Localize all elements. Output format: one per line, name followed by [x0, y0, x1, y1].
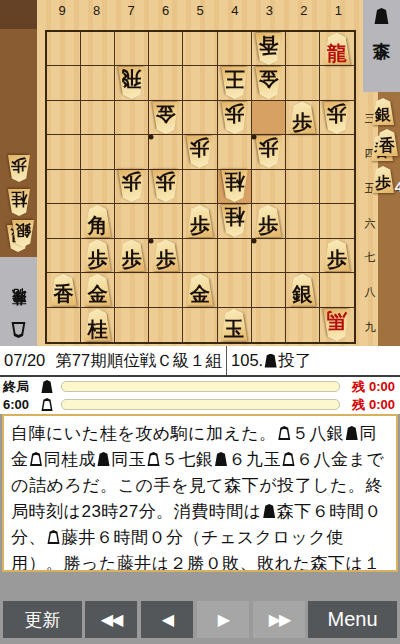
- square-6-7: 歩: [149, 239, 183, 273]
- square-2-3: 歩: [286, 101, 320, 135]
- replay-toolbar: 更新 ◀◀ ◀ ▶ ▶▶ Menu: [0, 572, 400, 644]
- square-2-8: 銀: [286, 273, 320, 307]
- commentary-text: 自陣にいた桂を攻め駒に加えた。５八銀同金同桂成同玉５七銀６九玉６八金までの詰めろ…: [2, 414, 398, 572]
- square-1-5: [320, 170, 354, 204]
- time-remaining: 残 0:00: [340, 396, 397, 414]
- square-7-3: [115, 101, 149, 135]
- hand-piece-香: 香: [375, 129, 399, 156]
- piece-歩: 歩: [151, 170, 180, 202]
- piece-桂: 桂: [83, 309, 112, 341]
- gote-player-name: 藤井聡: [10, 312, 28, 318]
- piece-王: 王: [220, 67, 249, 99]
- piece-歩: 歩: [254, 205, 283, 237]
- gote-mark-icon: [282, 452, 295, 466]
- square-9-3: [47, 101, 81, 135]
- square-4-5: 桂: [218, 170, 252, 204]
- square-9-5: [47, 170, 81, 204]
- square-6-2: [149, 66, 183, 100]
- square-7-7: 歩: [115, 239, 149, 273]
- square-7-2: 飛: [115, 66, 149, 100]
- sente-hand-tray: 銀香香歩4: [366, 94, 400, 344]
- square-5-3: [183, 101, 217, 135]
- piece-歩: 歩: [254, 136, 283, 168]
- file-label-5: 5: [190, 3, 210, 18]
- board-section: 歩桂銀銀 藤井聡 987654321 香龍飛王金金歩歩歩歩歩歩歩桂角歩桂歩歩歩歩…: [0, 0, 400, 346]
- piece-馬: 馬: [322, 309, 351, 341]
- square-7-8: [115, 273, 149, 307]
- file-label-8: 8: [87, 3, 107, 18]
- square-6-6: [149, 204, 183, 238]
- date-label: 07/20: [4, 351, 45, 370]
- clock-row-sente: 終局残 0:00: [0, 379, 400, 394]
- square-2-2: [286, 66, 320, 100]
- square-3-9: [252, 308, 286, 342]
- square-2-5: [286, 170, 320, 204]
- square-7-4: [115, 135, 149, 169]
- square-6-4: [149, 135, 183, 169]
- fast-forward-icon: ▶▶: [269, 612, 290, 628]
- file-label-2: 2: [294, 3, 314, 18]
- square-5-8: 金: [183, 273, 217, 307]
- clock-row-gote: 6:00残 0:00: [0, 397, 400, 412]
- hand-group-歩: 歩4: [370, 162, 396, 196]
- clock-panel: 終局残 0:006:00残 0:00: [0, 377, 400, 414]
- time-remaining: 残 0:00: [340, 378, 397, 396]
- hand-group-銀: 銀銀: [6, 219, 32, 253]
- square-3-4: 歩: [252, 135, 286, 169]
- square-8-5: [81, 170, 115, 204]
- square-3-3: [252, 101, 286, 135]
- piece-歩: 歩: [220, 102, 249, 134]
- square-4-4: [218, 135, 252, 169]
- square-8-3: [81, 101, 115, 135]
- square-5-4: 歩: [183, 135, 217, 169]
- clock-label: 終局: [3, 378, 41, 396]
- clock-label: 6:00: [3, 397, 41, 412]
- step-back-button[interactable]: ◀: [141, 601, 193, 638]
- gote-mark-icon: [278, 426, 291, 440]
- piece-歩: 歩: [83, 239, 112, 271]
- hand-piece-桂: 桂: [7, 189, 31, 216]
- hand-group-歩: 歩: [6, 151, 32, 185]
- piece-角: 角: [83, 205, 112, 237]
- piece-歩: 歩: [322, 239, 351, 271]
- time-bar: [61, 381, 340, 392]
- hand-group-桂: 桂: [6, 185, 32, 219]
- piece-歩: 歩: [117, 170, 146, 202]
- piece-玉: 玉: [220, 309, 249, 341]
- square-8-6: 角: [81, 204, 115, 238]
- gote-mark-icon: [11, 322, 26, 338]
- sente-mark-icon: [97, 452, 110, 466]
- sente-mark-icon: [41, 380, 53, 393]
- star-point: [148, 134, 153, 139]
- square-1-7: 歩: [320, 239, 354, 273]
- square-9-6: [47, 204, 81, 238]
- piece-金: 金: [254, 67, 283, 99]
- file-label-7: 7: [121, 3, 141, 18]
- star-point: [252, 134, 257, 139]
- sente-mark-icon: [215, 452, 228, 466]
- square-1-9: 馬: [320, 308, 354, 342]
- square-2-1: [286, 32, 320, 66]
- square-3-6: 歩: [252, 204, 286, 238]
- square-9-4: [47, 135, 81, 169]
- square-9-2: [47, 66, 81, 100]
- file-label-1: 1: [328, 3, 348, 18]
- piece-香: 香: [49, 274, 78, 306]
- square-5-5: [183, 170, 217, 204]
- square-5-9: [183, 308, 217, 342]
- rewind-icon: ◀◀: [101, 612, 122, 628]
- gote-player-label: 藤井聡: [0, 257, 37, 346]
- piece-歩: 歩: [185, 136, 214, 168]
- file-label-9: 9: [52, 3, 72, 18]
- gote-mark-icon: [47, 530, 60, 544]
- square-3-7: [252, 239, 286, 273]
- square-2-6: [286, 204, 320, 238]
- square-5-7: [183, 239, 217, 273]
- piece-歩: 歩: [151, 239, 180, 271]
- square-1-6: [320, 204, 354, 238]
- square-4-2: 王: [218, 66, 252, 100]
- square-6-9: [149, 308, 183, 342]
- square-1-2: [320, 66, 354, 100]
- square-9-7: [47, 239, 81, 273]
- hand-piece-歩: 歩: [371, 166, 395, 193]
- back-icon: ◀: [162, 612, 172, 628]
- square-2-4: [286, 135, 320, 169]
- event-info: 07/20 第77期順位戦Ｃ級１組: [0, 346, 227, 375]
- square-4-6: 桂: [218, 204, 252, 238]
- square-4-1: [218, 32, 252, 66]
- step-forward-button[interactable]: ▶: [197, 601, 249, 638]
- square-6-5: 歩: [149, 170, 183, 204]
- square-7-9: [115, 308, 149, 342]
- game-info-bar: 07/20 第77期順位戦Ｃ級１組 105.投了: [0, 346, 400, 377]
- hand-piece-歩: 歩: [7, 155, 31, 182]
- square-4-7: [218, 239, 252, 273]
- square-2-7: [286, 239, 320, 273]
- star-point: [252, 239, 257, 244]
- hand-group-香: 香香: [370, 128, 396, 162]
- square-9-8: 香: [47, 273, 81, 307]
- piece-歩: 歩: [288, 102, 317, 134]
- square-3-8: [252, 273, 286, 307]
- menu-button[interactable]: Menu: [308, 601, 397, 638]
- square-3-2: 金: [252, 66, 286, 100]
- hand-group-銀: 銀: [370, 94, 396, 128]
- hand-piece-銀: 銀: [11, 220, 35, 247]
- square-1-4: [320, 135, 354, 169]
- file-label-3: 3: [259, 3, 279, 18]
- square-7-6: [115, 204, 149, 238]
- piece-桂: 桂: [220, 170, 249, 202]
- sente-mark-icon: [345, 426, 358, 440]
- square-4-9: 玉: [218, 308, 252, 342]
- move-label: 105.投了: [227, 350, 311, 372]
- gote-mark-icon: [147, 452, 160, 466]
- square-1-1: 龍: [320, 32, 354, 66]
- square-1-8: [320, 273, 354, 307]
- square-8-9: 桂: [81, 308, 115, 342]
- piece-桂: 桂: [220, 205, 249, 237]
- square-5-1: [183, 32, 217, 66]
- square-7-1: [115, 32, 149, 66]
- event-name: 第77期順位戦Ｃ級１組: [55, 350, 222, 372]
- update-button[interactable]: 更新: [3, 601, 82, 638]
- square-1-3: 歩: [320, 101, 354, 135]
- file-label-4: 4: [225, 3, 245, 18]
- square-2-9: [286, 308, 320, 342]
- hand-piece-銀: 銀: [371, 98, 395, 125]
- square-8-2: [81, 66, 115, 100]
- square-8-1: [81, 32, 115, 66]
- gote-mark-icon: [30, 452, 43, 466]
- square-8-4: [81, 135, 115, 169]
- sente-mark-icon: [374, 8, 389, 24]
- fast-forward-button[interactable]: ▶▶: [253, 601, 305, 638]
- piece-金: 金: [185, 274, 214, 306]
- piece-銀: 銀: [288, 274, 317, 306]
- square-9-1: [47, 32, 81, 66]
- square-7-5: 歩: [115, 170, 149, 204]
- sente-mark-icon: [264, 354, 277, 368]
- gote-hand-tray: 歩桂銀銀: [0, 29, 37, 257]
- forward-icon: ▶: [218, 612, 228, 628]
- square-6-8: [149, 273, 183, 307]
- hand-count: 4: [395, 178, 400, 195]
- square-3-1: 香: [252, 32, 286, 66]
- square-5-2: [183, 66, 217, 100]
- square-9-9: [47, 308, 81, 342]
- piece-飛: 飛: [117, 67, 146, 99]
- sente-player-label: 森下: [363, 0, 400, 92]
- square-4-3: 歩: [218, 101, 252, 135]
- file-label-6: 6: [156, 3, 176, 18]
- square-8-7: 歩: [81, 239, 115, 273]
- corner-block: [0, 0, 37, 29]
- square-6-1: [149, 32, 183, 66]
- time-bar: [61, 399, 340, 410]
- sente-mark-icon: [263, 504, 276, 518]
- piece-歩: 歩: [185, 205, 214, 237]
- piece-歩: 歩: [322, 102, 351, 134]
- piece-歩: 歩: [117, 239, 146, 271]
- star-point: [148, 239, 153, 244]
- piece-香: 香: [254, 33, 283, 65]
- board-grid: 香龍飛王金金歩歩歩歩歩歩歩桂角歩桂歩歩歩歩歩香金金銀桂玉馬: [45, 30, 356, 344]
- piece-龍: 龍: [322, 33, 351, 65]
- square-6-3: 金: [149, 101, 183, 135]
- square-5-6: 歩: [183, 204, 217, 238]
- square-4-8: [218, 273, 252, 307]
- piece-金: 金: [151, 102, 180, 134]
- gote-sidebar: 歩桂銀銀 藤井聡: [0, 0, 37, 346]
- sente-player-name: 森下: [370, 28, 393, 34]
- gote-mark-icon: [41, 398, 53, 411]
- rewind-to-start-button[interactable]: ◀◀: [85, 601, 137, 638]
- piece-金: 金: [83, 274, 112, 306]
- shogi-app: 歩桂銀銀 藤井聡 987654321 香龍飛王金金歩歩歩歩歩歩歩桂角歩桂歩歩歩歩…: [0, 0, 400, 644]
- square-3-5: [252, 170, 286, 204]
- square-8-8: 金: [81, 273, 115, 307]
